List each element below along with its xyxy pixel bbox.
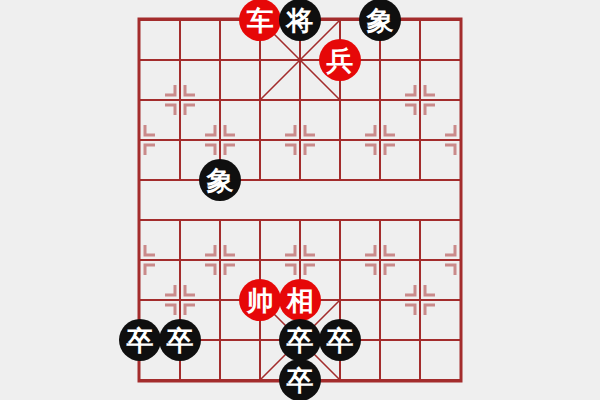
piece-black-soldier[interactable]: 卒 <box>119 319 161 361</box>
piece-black-elephant[interactable]: 象 <box>199 159 241 201</box>
piece-red-elephant[interactable]: 相 <box>279 279 321 321</box>
piece-red-chariot[interactable]: 车 <box>239 0 281 41</box>
piece-red-soldier[interactable]: 兵 <box>319 39 361 81</box>
xiangqi-board-diagram: 车将象兵象帅相卒卒卒卒卒 <box>0 0 600 400</box>
piece-black-soldier[interactable]: 卒 <box>279 359 321 400</box>
piece-black-soldier[interactable]: 卒 <box>159 319 201 361</box>
piece-grid: 车将象兵象帅相卒卒卒卒卒 <box>120 0 480 400</box>
piece-black-soldier[interactable]: 卒 <box>319 319 361 361</box>
piece-black-elephant[interactable]: 象 <box>359 0 401 41</box>
piece-red-general[interactable]: 帅 <box>239 279 281 321</box>
piece-black-general[interactable]: 将 <box>279 0 321 41</box>
piece-black-soldier[interactable]: 卒 <box>279 319 321 361</box>
